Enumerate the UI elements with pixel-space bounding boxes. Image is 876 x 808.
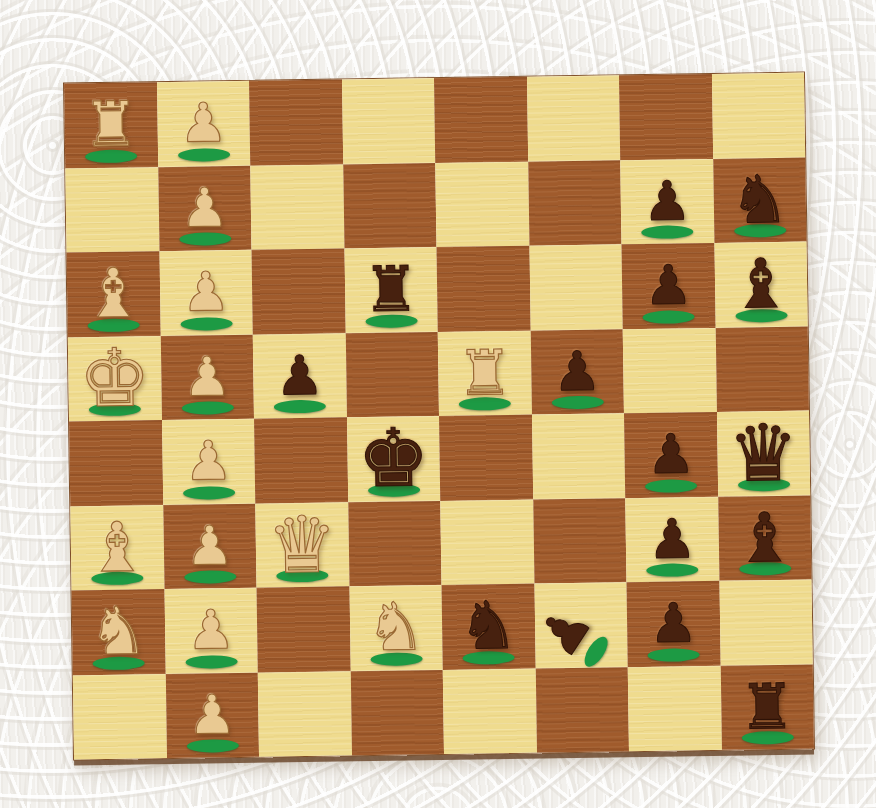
square-e1[interactable]: ♚ [68, 336, 162, 422]
white-queen: ♛ [255, 502, 349, 588]
square-f5[interactable] [436, 246, 530, 332]
piece-glyph: ♟ [647, 512, 696, 567]
piece-glyph: ♟ [184, 434, 233, 489]
piece-glyph: ♟ [181, 265, 230, 320]
piece-glyph: ♟ [644, 258, 693, 313]
square-c6[interactable] [533, 498, 627, 584]
square-a1[interactable] [73, 674, 167, 760]
white-pawn: ♟ [158, 165, 252, 251]
chess-board: ♜♟♟♟♞♝♟♜♟♝♚♟♟♜♟♟♚♟♛♝♟♛♟♝♞♟♞♞♟♟♟♜ [63, 72, 815, 761]
white-knight: ♞ [349, 585, 443, 671]
black-queen: ♛ [716, 411, 810, 497]
white-pawn: ♟ [163, 503, 257, 589]
square-a3[interactable] [258, 671, 352, 757]
piece-glyph: ♟ [649, 596, 698, 651]
square-d6[interactable] [531, 413, 625, 499]
square-a5[interactable] [443, 668, 537, 754]
white-pawn: ♟ [165, 672, 259, 758]
square-f3[interactable] [252, 248, 346, 334]
piece-glyph: ♝ [734, 503, 796, 572]
square-f6[interactable] [529, 244, 623, 330]
square-b7[interactable]: ♟ [626, 581, 720, 667]
piece-glyph: ♜ [363, 259, 420, 322]
square-d8[interactable]: ♛ [716, 411, 810, 497]
square-d1[interactable] [69, 420, 163, 506]
square-a8[interactable]: ♜ [720, 664, 814, 750]
piece-glyph: ♟ [188, 688, 237, 743]
piece-glyph: ♚ [357, 418, 430, 499]
white-knight: ♞ [72, 589, 166, 675]
square-c4[interactable] [348, 500, 442, 586]
piece-glyph: ♟ [186, 603, 235, 658]
white-pawn: ♟ [164, 588, 258, 674]
square-c1[interactable]: ♝ [70, 505, 164, 591]
square-a4[interactable] [350, 669, 444, 755]
square-e7[interactable] [623, 327, 717, 413]
square-g6[interactable] [528, 160, 622, 246]
piece-glyph: ♝ [730, 250, 792, 319]
square-h1[interactable]: ♜ [64, 82, 158, 168]
piece-glyph: ♟ [552, 344, 601, 399]
square-g3[interactable] [250, 164, 344, 250]
square-c5[interactable] [440, 499, 534, 585]
black-rook: ♜ [344, 247, 438, 333]
white-pawn: ♟ [160, 334, 254, 420]
piece-glyph: ♜ [456, 342, 513, 405]
black-pawn: ♟ [624, 412, 718, 498]
square-h4[interactable] [341, 78, 435, 164]
square-f4[interactable]: ♜ [344, 247, 438, 333]
piece-glyph: ♟ [183, 350, 232, 405]
white-rook: ♜ [438, 330, 532, 416]
piece-glyph: ♜ [83, 94, 140, 157]
square-g1[interactable] [65, 167, 159, 253]
square-a6[interactable] [535, 667, 629, 753]
piece-glyph: ♚ [78, 338, 151, 419]
black-rook: ♜ [720, 664, 814, 750]
piece-glyph: ♟ [642, 174, 691, 229]
square-h5[interactable] [434, 77, 528, 163]
square-g8[interactable]: ♞ [713, 157, 807, 243]
piece-glyph: ♜ [739, 676, 796, 739]
square-f2[interactable]: ♟ [159, 250, 253, 336]
white-pawn: ♟ [162, 419, 256, 505]
square-d7[interactable]: ♟ [624, 412, 718, 498]
square-e3[interactable]: ♟ [253, 333, 347, 419]
square-c2[interactable]: ♟ [163, 503, 257, 589]
square-d3[interactable] [254, 417, 348, 503]
piece-glyph: ♟ [275, 348, 324, 403]
square-e6[interactable]: ♟ [530, 329, 624, 415]
piece-glyph: ♟ [180, 181, 229, 236]
square-a2[interactable]: ♟ [165, 672, 259, 758]
square-b3[interactable] [257, 586, 351, 672]
black-pawn: ♟ [626, 581, 720, 667]
square-d2[interactable]: ♟ [162, 419, 256, 505]
piece-glyph: ♝ [82, 260, 144, 329]
square-h2[interactable]: ♟ [157, 81, 251, 167]
black-pawn: ♟ [621, 243, 715, 329]
square-b4[interactable]: ♞ [349, 585, 443, 671]
square-c3[interactable]: ♛ [255, 502, 349, 588]
piece-glyph: ♟ [185, 519, 234, 574]
piece-glyph: ♞ [458, 593, 518, 660]
square-e5[interactable]: ♜ [438, 330, 532, 416]
white-rook: ♜ [64, 82, 158, 168]
black-bishop: ♝ [718, 495, 812, 581]
piece-glyph: ♞ [366, 594, 426, 661]
square-b8[interactable] [719, 579, 813, 665]
square-b1[interactable]: ♞ [72, 589, 166, 675]
square-h6[interactable] [526, 75, 620, 161]
black-pawn: ♟ [253, 333, 347, 419]
piece-glyph: ♛ [267, 505, 338, 584]
white-bishop: ♝ [70, 505, 164, 591]
square-d5[interactable] [439, 415, 533, 501]
square-g7[interactable]: ♟ [620, 158, 714, 244]
photo-background: ♜♟♟♟♞♝♟♜♟♝♚♟♟♜♟♟♚♟♛♝♟♛♟♝♞♟♞♞♟♟♟♜ [0, 0, 876, 808]
square-c8[interactable]: ♝ [718, 495, 812, 581]
square-h7[interactable] [619, 74, 713, 160]
black-pawn: ♟ [530, 329, 624, 415]
square-e8[interactable] [715, 326, 809, 412]
black-knight: ♞ [713, 157, 807, 243]
square-g2[interactable]: ♟ [158, 165, 252, 251]
piece-glyph: ♞ [730, 167, 790, 234]
square-d4[interactable]: ♚ [347, 416, 441, 502]
white-king: ♚ [68, 336, 162, 422]
square-h8[interactable] [711, 73, 805, 159]
square-h3[interactable] [249, 79, 343, 165]
square-f1[interactable]: ♝ [67, 251, 161, 337]
white-bishop: ♝ [67, 251, 161, 337]
square-b6[interactable]: ♟ [534, 582, 628, 668]
square-g4[interactable] [343, 163, 437, 249]
square-g5[interactable] [435, 161, 529, 247]
piece-glyph: ♝ [86, 513, 148, 582]
square-c7[interactable]: ♟ [625, 496, 719, 582]
black-pawn: ♟ [620, 158, 714, 244]
piece-glyph: ♟ [646, 427, 695, 482]
black-bishop: ♝ [714, 242, 808, 328]
piece-glyph: ♞ [88, 599, 148, 666]
square-e2[interactable]: ♟ [160, 334, 254, 420]
square-a7[interactable] [628, 665, 722, 751]
white-pawn: ♟ [157, 81, 251, 167]
square-f7[interactable]: ♟ [621, 243, 715, 329]
piece-glyph: ♟ [179, 96, 228, 151]
square-f8[interactable]: ♝ [714, 242, 808, 328]
black-pawn: ♟ [625, 496, 719, 582]
square-e4[interactable] [345, 332, 439, 418]
square-b2[interactable]: ♟ [164, 588, 258, 674]
white-pawn: ♟ [159, 250, 253, 336]
piece-glyph: ♛ [728, 414, 799, 493]
black-king: ♚ [347, 416, 441, 502]
